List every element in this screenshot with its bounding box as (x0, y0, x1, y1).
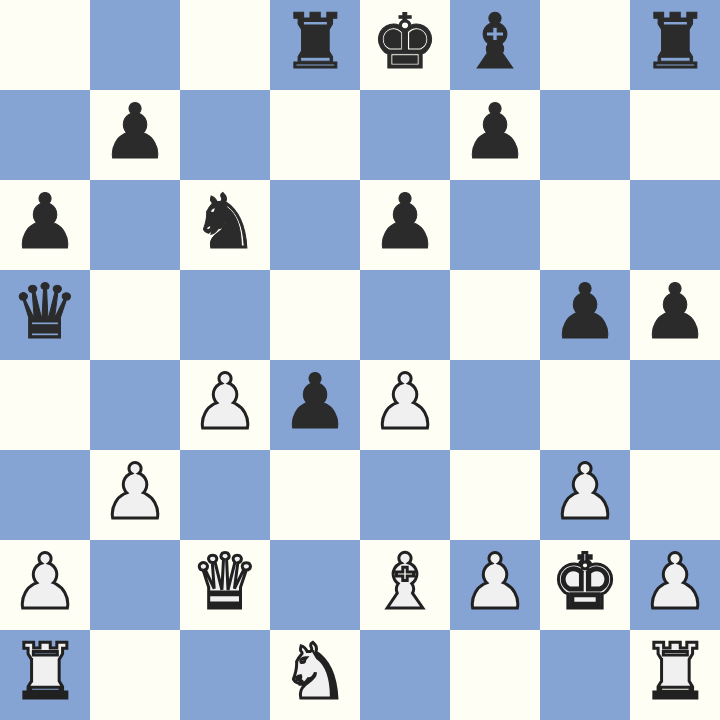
square-g6[interactable] (540, 180, 630, 270)
square-h5[interactable]: ♟ (630, 270, 720, 360)
square-a6[interactable]: ♟ (0, 180, 90, 270)
piece-white-pawn-f2[interactable]: ♟ (461, 540, 529, 627)
square-g5[interactable]: ♟ (540, 270, 630, 360)
piece-black-knight-c6[interactable]: ♞ (191, 180, 259, 267)
square-d8[interactable]: ♜ (270, 0, 360, 90)
chess-board: ♜♚♝♜♟♟♟♞♟♛♟♟♟♟♟♟♟♟♛♝♟♚♟♜♞♜ (0, 0, 720, 720)
square-d6[interactable] (270, 180, 360, 270)
square-h4[interactable] (630, 360, 720, 450)
square-f4[interactable] (450, 360, 540, 450)
square-h2[interactable]: ♟ (630, 540, 720, 630)
square-c4[interactable]: ♟ (180, 360, 270, 450)
square-g4[interactable] (540, 360, 630, 450)
piece-black-pawn-g5[interactable]: ♟ (551, 270, 619, 357)
square-c8[interactable] (180, 0, 270, 90)
square-a8[interactable] (0, 0, 90, 90)
square-f8[interactable]: ♝ (450, 0, 540, 90)
square-g2[interactable]: ♚ (540, 540, 630, 630)
square-c5[interactable] (180, 270, 270, 360)
piece-white-pawn-g3[interactable]: ♟ (551, 450, 619, 537)
square-c1[interactable] (180, 630, 270, 720)
square-d3[interactable] (270, 450, 360, 540)
square-b3[interactable]: ♟ (90, 450, 180, 540)
square-d7[interactable] (270, 90, 360, 180)
square-f5[interactable] (450, 270, 540, 360)
square-c3[interactable] (180, 450, 270, 540)
square-e7[interactable] (360, 90, 450, 180)
square-b5[interactable] (90, 270, 180, 360)
square-f2[interactable]: ♟ (450, 540, 540, 630)
piece-white-pawn-c4[interactable]: ♟ (191, 360, 259, 447)
square-e6[interactable]: ♟ (360, 180, 450, 270)
square-b8[interactable] (90, 0, 180, 90)
square-e8[interactable]: ♚ (360, 0, 450, 90)
square-e1[interactable] (360, 630, 450, 720)
square-a4[interactable] (0, 360, 90, 450)
square-a1[interactable]: ♜ (0, 630, 90, 720)
square-c2[interactable]: ♛ (180, 540, 270, 630)
square-e3[interactable] (360, 450, 450, 540)
square-a5[interactable]: ♛ (0, 270, 90, 360)
square-g3[interactable]: ♟ (540, 450, 630, 540)
piece-black-rook-h8[interactable]: ♜ (641, 0, 709, 87)
square-d5[interactable] (270, 270, 360, 360)
square-e5[interactable] (360, 270, 450, 360)
square-f7[interactable]: ♟ (450, 90, 540, 180)
piece-white-bishop-e2[interactable]: ♝ (371, 540, 439, 627)
square-a2[interactable]: ♟ (0, 540, 90, 630)
square-g8[interactable] (540, 0, 630, 90)
square-h6[interactable] (630, 180, 720, 270)
square-f3[interactable] (450, 450, 540, 540)
piece-white-pawn-e4[interactable]: ♟ (371, 360, 439, 447)
piece-black-pawn-e6[interactable]: ♟ (371, 180, 439, 267)
square-d1[interactable]: ♞ (270, 630, 360, 720)
square-g1[interactable] (540, 630, 630, 720)
piece-white-knight-d1[interactable]: ♞ (281, 630, 349, 717)
piece-black-pawn-b7[interactable]: ♟ (101, 90, 169, 177)
piece-black-rook-d8[interactable]: ♜ (281, 0, 349, 87)
square-e4[interactable]: ♟ (360, 360, 450, 450)
square-h1[interactable]: ♜ (630, 630, 720, 720)
square-b2[interactable] (90, 540, 180, 630)
piece-black-king-e8[interactable]: ♚ (371, 0, 439, 87)
square-e2[interactable]: ♝ (360, 540, 450, 630)
piece-black-pawn-d4[interactable]: ♟ (281, 360, 349, 447)
piece-white-pawn-b3[interactable]: ♟ (101, 450, 169, 537)
piece-white-pawn-a2[interactable]: ♟ (11, 540, 79, 627)
piece-black-pawn-a6[interactable]: ♟ (11, 180, 79, 267)
square-b4[interactable] (90, 360, 180, 450)
square-d2[interactable] (270, 540, 360, 630)
square-a3[interactable] (0, 450, 90, 540)
square-a7[interactable] (0, 90, 90, 180)
piece-white-queen-c2[interactable]: ♛ (191, 540, 259, 627)
square-b1[interactable] (90, 630, 180, 720)
square-h3[interactable] (630, 450, 720, 540)
piece-black-pawn-f7[interactable]: ♟ (461, 90, 529, 177)
square-h8[interactable]: ♜ (630, 0, 720, 90)
square-f1[interactable] (450, 630, 540, 720)
piece-black-pawn-h5[interactable]: ♟ (641, 270, 709, 357)
square-b7[interactable]: ♟ (90, 90, 180, 180)
square-g7[interactable] (540, 90, 630, 180)
piece-white-rook-h1[interactable]: ♜ (641, 630, 709, 717)
square-b6[interactable] (90, 180, 180, 270)
square-d4[interactable]: ♟ (270, 360, 360, 450)
square-h7[interactable] (630, 90, 720, 180)
square-f6[interactable] (450, 180, 540, 270)
square-c7[interactable] (180, 90, 270, 180)
piece-black-bishop-f8[interactable]: ♝ (461, 0, 529, 87)
piece-white-pawn-h2[interactable]: ♟ (641, 540, 709, 627)
piece-white-rook-a1[interactable]: ♜ (11, 630, 79, 717)
piece-white-king-g2[interactable]: ♚ (551, 540, 619, 627)
piece-black-queen-a5[interactable]: ♛ (11, 270, 79, 357)
square-c6[interactable]: ♞ (180, 180, 270, 270)
